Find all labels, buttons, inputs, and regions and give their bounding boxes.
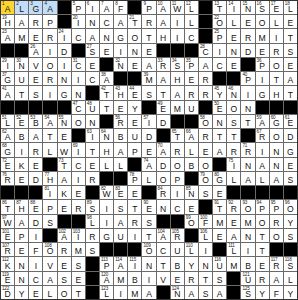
grid-cell[interactable]: I	[29, 257, 42, 270]
grid-cell[interactable]: M	[128, 286, 141, 299]
grid-cell[interactable]: G	[100, 229, 113, 242]
grid-cell[interactable]: R	[199, 129, 212, 142]
grid-cell[interactable]: S	[142, 86, 155, 99]
grid-cell[interactable]: N	[72, 86, 85, 99]
grid-cell[interactable]: A	[15, 15, 28, 28]
grid-cell[interactable]: 81I	[43, 186, 56, 199]
grid-cell[interactable]: D	[241, 44, 254, 57]
grid-cell[interactable]: N	[213, 115, 226, 128]
grid-cell[interactable]: 50E	[213, 101, 226, 114]
grid-cell[interactable]: 114A	[114, 257, 127, 270]
grid-cell[interactable]: E	[29, 158, 42, 171]
grid-cell[interactable]: S	[58, 272, 71, 285]
grid-cell[interactable]: A	[199, 58, 212, 71]
grid-cell[interactable]: 88E	[29, 200, 42, 213]
grid-cell[interactable]: 25P	[213, 29, 226, 42]
grid-cell[interactable]: 115I	[128, 257, 141, 270]
grid-cell[interactable]: B	[171, 257, 184, 270]
grid-cell[interactable]: 44E	[128, 86, 141, 99]
grid-cell[interactable]: I	[43, 44, 56, 57]
grid-cell[interactable]: C	[171, 200, 184, 213]
grid-cell[interactable]: D	[142, 129, 155, 142]
grid-cell[interactable]: L	[100, 158, 113, 171]
grid-cell[interactable]: 102A	[58, 229, 71, 242]
grid-cell[interactable]: D	[284, 129, 297, 142]
grid-cell[interactable]: C	[72, 158, 85, 171]
grid-cell[interactable]: N	[227, 44, 240, 57]
grid-cell[interactable]: 57I	[142, 115, 155, 128]
grid-cell[interactable]: P	[15, 229, 28, 242]
grid-cell[interactable]: T	[15, 86, 28, 99]
grid-cell[interactable]: I	[270, 29, 283, 42]
grid-cell[interactable]: Y	[185, 257, 198, 270]
grid-cell[interactable]: S	[284, 172, 297, 185]
grid-cell[interactable]: A	[284, 72, 297, 85]
grid-cell[interactable]: O	[270, 129, 283, 142]
grid-cell[interactable]: B	[128, 272, 141, 285]
grid-cell[interactable]: M	[114, 272, 127, 285]
grid-cell[interactable]: I	[114, 286, 127, 299]
grid-cell[interactable]: 14I	[227, 1, 240, 14]
grid-cell[interactable]: 9P	[142, 1, 155, 14]
grid-cell[interactable]: R	[58, 243, 71, 256]
grid-cell[interactable]: E	[128, 186, 141, 199]
grid-cell[interactable]: S	[29, 86, 42, 99]
grid-cell[interactable]: A	[213, 286, 226, 299]
grid-cell[interactable]: 89S	[86, 200, 99, 213]
grid-cell[interactable]: E	[171, 272, 184, 285]
grid-cell[interactable]: S	[213, 272, 226, 285]
grid-cell[interactable]: 69I	[72, 143, 85, 156]
grid-cell[interactable]: M	[227, 257, 240, 270]
grid-cell[interactable]: E	[58, 257, 71, 270]
grid-cell[interactable]: E	[284, 58, 297, 71]
grid-cell[interactable]: 73T	[58, 158, 71, 171]
grid-cell[interactable]: A	[114, 143, 127, 156]
grid-cell[interactable]: A	[270, 172, 283, 185]
grid-cell[interactable]: T	[100, 101, 113, 114]
grid-cell[interactable]: T	[72, 286, 85, 299]
grid-cell[interactable]: L	[43, 143, 56, 156]
grid-cell[interactable]: E	[256, 257, 269, 270]
grid-cell[interactable]: B	[114, 129, 127, 142]
grid-cell[interactable]: 119E	[1, 272, 14, 285]
grid-cell[interactable]: T	[284, 86, 297, 99]
grid-cell[interactable]: R	[185, 86, 198, 99]
grid-cell[interactable]: H	[157, 29, 170, 42]
grid-cell[interactable]: E	[72, 186, 85, 199]
grid-cell[interactable]: 92R	[227, 200, 240, 213]
grid-cell[interactable]: E	[185, 72, 198, 85]
grid-cell[interactable]: I	[128, 229, 141, 242]
grid-cell[interactable]: D	[157, 158, 170, 171]
grid-cell[interactable]: 32N	[114, 58, 127, 71]
grid-cell[interactable]: E	[284, 15, 297, 28]
grid-cell[interactable]: D	[29, 215, 42, 228]
grid-cell[interactable]: S	[86, 243, 99, 256]
grid-cell[interactable]: 26A	[29, 44, 42, 57]
grid-cell[interactable]: F	[29, 243, 42, 256]
grid-cell[interactable]: 123L	[100, 286, 113, 299]
grid-cell[interactable]: C	[86, 72, 99, 85]
grid-cell[interactable]: S	[284, 44, 297, 57]
grid-cell[interactable]: 85N	[185, 186, 198, 199]
grid-cell[interactable]: C	[72, 29, 85, 42]
grid-cell[interactable]: A	[142, 286, 155, 299]
grid-cell[interactable]: A	[29, 129, 42, 142]
grid-cell[interactable]: N	[241, 229, 254, 242]
grid-cell[interactable]: 54A	[43, 115, 56, 128]
grid-cell[interactable]: O	[58, 286, 71, 299]
grid-cell[interactable]: O	[128, 29, 141, 42]
grid-cell[interactable]: 19H	[1, 15, 14, 28]
grid-cell[interactable]: R	[270, 44, 283, 57]
grid-cell[interactable]: R	[199, 86, 212, 99]
grid-cell[interactable]: 113P	[100, 257, 113, 270]
grid-cell[interactable]: E	[29, 29, 42, 42]
grid-cell[interactable]: P	[171, 172, 184, 185]
grid-cell[interactable]: N	[157, 200, 170, 213]
grid-cell[interactable]: H	[171, 72, 184, 85]
grid-cell[interactable]: C	[213, 58, 226, 71]
grid-cell[interactable]: 20I	[72, 15, 85, 28]
grid-cell[interactable]: 39M	[142, 72, 155, 85]
grid-cell[interactable]: R	[86, 229, 99, 242]
grid-cell[interactable]: T	[199, 272, 212, 285]
grid-cell[interactable]: V	[43, 257, 56, 270]
grid-cell[interactable]: E	[86, 158, 99, 171]
grid-cell[interactable]: 8F	[114, 1, 127, 14]
grid-cell[interactable]: M	[256, 29, 269, 42]
grid-cell[interactable]: I	[171, 186, 184, 199]
grid-cell[interactable]: A	[241, 172, 254, 185]
grid-cell[interactable]: I	[241, 86, 254, 99]
grid-cell[interactable]: R	[171, 143, 184, 156]
grid-cell[interactable]: T	[142, 29, 155, 42]
grid-cell[interactable]: 96O	[284, 200, 297, 213]
grid-cell[interactable]: N	[142, 257, 155, 270]
grid-cell[interactable]: 108O	[43, 243, 56, 256]
grid-cell[interactable]: L	[227, 15, 240, 28]
grid-cell[interactable]: 61E	[284, 115, 297, 128]
grid-cell[interactable]: S	[199, 286, 212, 299]
grid-cell[interactable]: N	[15, 272, 28, 285]
grid-cell[interactable]: 27S	[86, 44, 99, 57]
grid-cell[interactable]: T	[227, 129, 240, 142]
grid-cell[interactable]: 30N	[15, 58, 28, 71]
grid-cell[interactable]: T	[270, 72, 283, 85]
grid-cell[interactable]: T	[128, 200, 141, 213]
grid-cell[interactable]: I	[29, 229, 42, 242]
grid-cell[interactable]: S	[199, 186, 212, 199]
grid-cell[interactable]: Y	[15, 286, 28, 299]
grid-cell[interactable]: 72E	[1, 158, 14, 171]
grid-cell[interactable]: I	[241, 243, 254, 256]
grid-cell[interactable]: G	[284, 143, 297, 156]
grid-cell[interactable]: 78P	[128, 172, 141, 185]
grid-cell[interactable]: N	[270, 143, 283, 156]
grid-cell[interactable]: L	[185, 15, 198, 28]
grid-cell[interactable]: 37G	[1, 72, 14, 85]
grid-cell[interactable]: 112K	[1, 257, 14, 270]
grid-cell[interactable]: 106L	[199, 229, 212, 242]
grid-cell[interactable]: L	[43, 286, 56, 299]
grid-cell[interactable]: N	[15, 257, 28, 270]
grid-cell[interactable]: 40P	[241, 72, 254, 85]
grid-cell[interactable]: C	[29, 272, 42, 285]
grid-cell[interactable]: 13T	[213, 1, 226, 14]
grid-cell[interactable]: I	[72, 172, 85, 185]
grid-cell[interactable]: 33R	[157, 58, 170, 71]
grid-cell[interactable]: O	[157, 172, 170, 185]
grid-cell[interactable]: 90E	[142, 200, 155, 213]
grid-cell[interactable]: 7A	[100, 1, 113, 14]
grid-cell[interactable]: A	[185, 286, 198, 299]
grid-cell[interactable]: A	[171, 86, 184, 99]
grid-cell[interactable]: N	[86, 15, 99, 28]
grid-cell[interactable]: R	[241, 29, 254, 42]
grid-cell[interactable]: 86T	[1, 200, 14, 213]
grid-cell[interactable]: T	[284, 29, 297, 42]
grid-cell[interactable]: C	[100, 15, 113, 28]
grid-cell[interactable]: 122D	[1, 286, 14, 299]
grid-cell[interactable]: Y	[284, 286, 297, 299]
grid-cell[interactable]: L	[256, 172, 269, 185]
grid-cell[interactable]: B	[185, 158, 198, 171]
grid-cell[interactable]: N	[58, 72, 71, 85]
grid-cell[interactable]: E	[227, 58, 240, 71]
grid-cell[interactable]: 71R	[241, 143, 254, 156]
highlighted-word-cell[interactable]: 4A	[43, 1, 56, 14]
grid-cell[interactable]: 120A	[100, 272, 113, 285]
grid-cell[interactable]: K	[58, 186, 71, 199]
grid-cell[interactable]: R	[227, 143, 240, 156]
grid-cell[interactable]: 104A	[157, 229, 170, 242]
grid-cell[interactable]: L	[284, 272, 297, 285]
grid-cell[interactable]: S	[114, 200, 127, 213]
grid-cell[interactable]: 6I	[86, 1, 99, 14]
grid-cell[interactable]: 66A	[185, 129, 198, 142]
grid-cell[interactable]: 64N	[100, 129, 113, 142]
grid-cell[interactable]: R	[72, 200, 85, 213]
grid-cell[interactable]: R	[86, 172, 99, 185]
grid-cell[interactable]: 83E	[114, 186, 127, 199]
grid-cell[interactable]: 49E	[157, 101, 170, 114]
grid-cell[interactable]: E	[227, 29, 240, 42]
grid-cell[interactable]: G	[114, 29, 127, 42]
grid-cell[interactable]: 82W	[100, 186, 113, 199]
grid-cell[interactable]: 118S	[284, 257, 297, 270]
grid-cell[interactable]: E	[142, 44, 155, 57]
grid-cell[interactable]: D	[58, 44, 71, 57]
grid-cell[interactable]: A	[227, 229, 240, 242]
grid-cell[interactable]: 103I	[72, 229, 85, 242]
grid-cell[interactable]: F	[270, 286, 283, 299]
grid-cell[interactable]: I	[171, 29, 184, 42]
grid-cell[interactable]: A	[86, 29, 99, 42]
grid-cell[interactable]: 17E	[270, 1, 283, 14]
grid-cell[interactable]: 94P	[256, 200, 269, 213]
grid-cell[interactable]: U	[114, 229, 127, 242]
grid-cell[interactable]: L	[270, 15, 283, 28]
grid-cell[interactable]: E	[213, 229, 226, 242]
grid-cell[interactable]: T	[256, 229, 269, 242]
grid-cell[interactable]: 80G	[213, 172, 226, 185]
grid-cell[interactable]: N	[128, 44, 141, 57]
grid-cell[interactable]: E	[100, 44, 113, 57]
grid-cell[interactable]: 24I	[58, 29, 71, 42]
grid-cell[interactable]: 62A	[1, 129, 14, 142]
grid-cell[interactable]: O	[270, 229, 283, 242]
grid-cell[interactable]: T	[157, 257, 170, 270]
grid-cell[interactable]: A	[114, 15, 127, 28]
grid-cell[interactable]: I	[72, 72, 85, 85]
grid-cell[interactable]: E	[128, 58, 141, 71]
grid-cell[interactable]: 60G	[270, 115, 283, 128]
selected-cell[interactable]: 1A	[1, 1, 14, 14]
grid-cell[interactable]: 11W	[171, 1, 184, 14]
grid-cell[interactable]: N	[86, 115, 99, 128]
grid-cell[interactable]: 97W	[1, 215, 14, 228]
grid-cell[interactable]: O	[171, 158, 184, 171]
grid-cell[interactable]: K	[15, 158, 28, 171]
grid-cell[interactable]: N	[241, 101, 254, 114]
grid-cell[interactable]: I	[58, 58, 71, 71]
grid-cell[interactable]: 95P	[270, 200, 283, 213]
grid-cell[interactable]: L	[185, 143, 198, 156]
grid-cell[interactable]: 52E	[15, 115, 28, 128]
grid-cell[interactable]: M	[241, 215, 254, 228]
grid-cell[interactable]: A	[114, 215, 127, 228]
grid-cell[interactable]: 5P	[72, 1, 85, 14]
grid-cell[interactable]: Y	[128, 101, 141, 114]
grid-cell[interactable]: A	[157, 72, 170, 85]
grid-cell[interactable]: 109O	[142, 243, 155, 256]
grid-cell[interactable]: Y	[284, 215, 297, 228]
grid-cell[interactable]: P	[43, 200, 56, 213]
grid-cell[interactable]: 77H	[43, 172, 56, 185]
grid-cell[interactable]: M	[213, 215, 226, 228]
grid-cell[interactable]: 100F	[199, 215, 212, 228]
grid-cell[interactable]: 53B	[29, 115, 42, 128]
grid-cell[interactable]: E	[58, 129, 71, 142]
grid-cell[interactable]: 99O	[185, 215, 198, 228]
grid-cell[interactable]: V	[157, 272, 170, 285]
grid-cell[interactable]: 43H	[114, 86, 127, 99]
grid-cell[interactable]: 35P	[185, 58, 198, 71]
grid-cell[interactable]: 48U	[86, 101, 99, 114]
grid-cell[interactable]: U	[171, 243, 184, 256]
grid-cell[interactable]: I	[43, 86, 56, 99]
grid-cell[interactable]: E	[241, 15, 254, 28]
grid-cell[interactable]: M	[15, 29, 28, 42]
grid-cell[interactable]: T	[86, 143, 99, 156]
grid-cell[interactable]: 21T	[128, 15, 141, 28]
grid-cell[interactable]: E	[256, 44, 269, 57]
grid-cell[interactable]: 65T	[171, 129, 184, 142]
grid-cell[interactable]: 125S	[241, 286, 254, 299]
grid-cell[interactable]: 93O	[241, 200, 254, 213]
grid-cell[interactable]: 98L	[86, 215, 99, 228]
grid-cell[interactable]: Y	[256, 286, 269, 299]
grid-cell[interactable]: B	[15, 129, 28, 142]
grid-cell[interactable]: 36P	[256, 58, 269, 71]
grid-cell[interactable]: U	[15, 72, 28, 85]
grid-cell[interactable]: L	[227, 172, 240, 185]
grid-cell[interactable]: B	[241, 257, 254, 270]
grid-cell[interactable]: I	[256, 72, 269, 85]
grid-cell[interactable]: I	[15, 143, 28, 156]
grid-cell[interactable]: S	[227, 115, 240, 128]
grid-cell[interactable]: 46N	[227, 86, 240, 99]
grid-cell[interactable]: D	[157, 115, 170, 128]
grid-cell[interactable]: R	[43, 29, 56, 42]
grid-cell[interactable]: P	[43, 15, 56, 28]
grid-cell[interactable]: R	[199, 72, 212, 85]
grid-cell[interactable]: E	[284, 158, 297, 171]
grid-cell[interactable]: 121U	[241, 272, 254, 285]
grid-cell[interactable]: C	[157, 243, 170, 256]
grid-cell[interactable]: 68G	[1, 143, 14, 156]
grid-cell[interactable]: E	[29, 286, 42, 299]
grid-cell[interactable]: E	[86, 58, 99, 71]
grid-cell[interactable]: N	[199, 257, 212, 270]
grid-cell[interactable]: N	[270, 158, 283, 171]
grid-cell[interactable]: 41A	[1, 86, 14, 99]
grid-cell[interactable]: 31C	[72, 58, 85, 71]
grid-cell[interactable]: 84R	[157, 186, 170, 199]
grid-cell[interactable]: 76R	[1, 172, 14, 185]
grid-cell[interactable]: G	[256, 86, 269, 99]
grid-cell[interactable]: V	[29, 58, 42, 71]
grid-cell[interactable]: 10A	[157, 1, 170, 14]
grid-cell[interactable]: O	[43, 58, 56, 71]
grid-cell[interactable]: O	[72, 115, 85, 128]
grid-cell[interactable]: I	[114, 44, 127, 57]
grid-cell[interactable]: A	[43, 272, 56, 285]
grid-cell[interactable]: 28C	[199, 44, 212, 57]
grid-cell[interactable]: I	[100, 200, 113, 213]
grid-cell[interactable]: M	[171, 101, 184, 114]
grid-cell[interactable]: E	[72, 272, 85, 285]
grid-cell[interactable]: 75I	[227, 158, 240, 171]
grid-cell[interactable]: 67R	[256, 129, 269, 142]
grid-cell[interactable]: G	[58, 86, 71, 99]
grid-cell[interactable]: T	[142, 229, 155, 242]
grid-cell[interactable]: S	[284, 229, 297, 242]
grid-cell[interactable]: H	[270, 86, 283, 99]
grid-cell[interactable]: T	[213, 129, 226, 142]
grid-cell[interactable]: 45Y	[213, 86, 226, 99]
grid-cell[interactable]: I	[142, 272, 155, 285]
grid-cell[interactable]: E	[213, 186, 226, 199]
grid-cell[interactable]: R	[142, 15, 155, 28]
grid-cell[interactable]: 79O	[199, 172, 212, 185]
grid-cell[interactable]: R	[270, 215, 283, 228]
grid-cell[interactable]: L	[114, 158, 127, 171]
grid-cell[interactable]: 55N	[58, 115, 71, 128]
grid-cell[interactable]: 63I	[86, 129, 99, 142]
grid-cell[interactable]: N	[100, 29, 113, 42]
grid-cell[interactable]: R	[128, 215, 141, 228]
grid-cell[interactable]: 12L	[185, 1, 198, 14]
grid-cell[interactable]: S	[142, 215, 155, 228]
grid-cell[interactable]: 105R	[171, 229, 184, 242]
grid-cell[interactable]: 124N	[171, 286, 184, 299]
grid-cell[interactable]: 59A	[256, 115, 269, 128]
grid-cell[interactable]: E	[29, 72, 42, 85]
grid-cell[interactable]: 70A	[157, 143, 170, 156]
